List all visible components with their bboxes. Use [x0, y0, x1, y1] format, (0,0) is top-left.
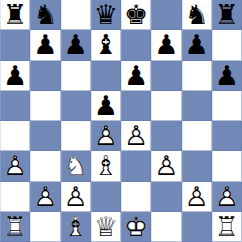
white-bishop-outline: ♗ [91, 151, 121, 181]
square-g8[interactable]: ♞ [182, 0, 212, 30]
square-g1[interactable] [182, 212, 212, 242]
white-king[interactable]: ♚♔ [121, 212, 151, 242]
white-queen-outline: ♕ [91, 212, 121, 242]
white-rook-outline: ♖ [212, 212, 242, 242]
black-pawn-glyph: ♟ [121, 61, 151, 91]
white-pawn-outline: ♙ [182, 182, 212, 212]
black-knight-glyph: ♞ [30, 0, 60, 30]
square-h4[interactable] [212, 121, 242, 151]
square-f5[interactable] [151, 91, 181, 121]
white-pawn[interactable]: ♟♙ [212, 182, 242, 212]
square-f1[interactable] [151, 212, 181, 242]
square-f4[interactable] [151, 121, 181, 151]
square-f2[interactable] [151, 182, 181, 212]
square-a7[interactable] [0, 30, 30, 60]
black-pawn[interactable]: ♟ [0, 61, 30, 91]
square-e8[interactable]: ♚ [121, 0, 151, 30]
square-b3[interactable] [30, 151, 60, 181]
square-d6[interactable] [91, 61, 121, 91]
square-f7[interactable]: ♟ [151, 30, 181, 60]
white-pawn[interactable]: ♟♙ [30, 182, 60, 212]
square-g4[interactable] [182, 121, 212, 151]
square-e2[interactable] [121, 182, 151, 212]
square-e4[interactable]: ♟♙ [121, 121, 151, 151]
square-h7[interactable] [212, 30, 242, 60]
white-pawn-outline: ♙ [30, 182, 60, 212]
square-e3[interactable] [121, 151, 151, 181]
square-g3[interactable] [182, 151, 212, 181]
square-h1[interactable]: ♜♖ [212, 212, 242, 242]
black-bishop[interactable]: ♝ [91, 30, 121, 60]
square-b5[interactable] [30, 91, 60, 121]
black-pawn-glyph: ♟ [0, 61, 30, 91]
black-rook-glyph: ♜ [0, 0, 30, 30]
square-a5[interactable] [0, 91, 30, 121]
black-queen-glyph: ♛ [91, 0, 121, 30]
white-pawn-outline: ♙ [61, 182, 91, 212]
square-d7[interactable]: ♝ [91, 30, 121, 60]
white-queen[interactable]: ♛♕ [91, 212, 121, 242]
white-pawn[interactable]: ♟♙ [0, 151, 30, 181]
square-c5[interactable] [61, 91, 91, 121]
white-bishop-outline: ♗ [61, 212, 91, 242]
square-c6[interactable] [61, 61, 91, 91]
black-knight-glyph: ♞ [182, 0, 212, 30]
black-pawn-glyph: ♟ [212, 61, 242, 91]
white-pawn-outline: ♙ [151, 151, 181, 181]
black-bishop-glyph: ♝ [91, 30, 121, 60]
white-pawn[interactable]: ♟♙ [182, 182, 212, 212]
square-d8[interactable]: ♛ [91, 0, 121, 30]
black-queen[interactable]: ♛ [91, 0, 121, 30]
black-pawn-glyph: ♟ [30, 30, 60, 60]
square-a8[interactable]: ♜ [0, 0, 30, 30]
black-pawn[interactable]: ♟ [121, 61, 151, 91]
square-a4[interactable] [0, 121, 30, 151]
white-king-outline: ♔ [121, 212, 151, 242]
square-h5[interactable] [212, 91, 242, 121]
square-d3[interactable]: ♝♗ [91, 151, 121, 181]
square-g2[interactable]: ♟♙ [182, 182, 212, 212]
black-pawn[interactable]: ♟ [91, 91, 121, 121]
square-b7[interactable]: ♟ [30, 30, 60, 60]
white-bishop[interactable]: ♝♗ [91, 151, 121, 181]
square-e7[interactable] [121, 30, 151, 60]
square-a1[interactable]: ♜♖ [0, 212, 30, 242]
square-c3[interactable]: ♞♘ [61, 151, 91, 181]
black-pawn[interactable]: ♟ [212, 61, 242, 91]
square-h2[interactable]: ♟♙ [212, 182, 242, 212]
black-king[interactable]: ♚ [121, 0, 151, 30]
black-pawn-glyph: ♟ [91, 91, 121, 121]
square-c4[interactable] [61, 121, 91, 151]
square-a2[interactable] [0, 182, 30, 212]
white-knight-outline: ♘ [61, 151, 91, 181]
square-f3[interactable]: ♟♙ [151, 151, 181, 181]
square-c1[interactable]: ♝♗ [61, 212, 91, 242]
white-bishop[interactable]: ♝♗ [61, 212, 91, 242]
black-knight[interactable]: ♞ [30, 0, 60, 30]
black-rook[interactable]: ♜ [212, 0, 242, 30]
black-pawn-glyph: ♟ [151, 30, 181, 60]
square-b2[interactable]: ♟♙ [30, 182, 60, 212]
square-c7[interactable]: ♟ [61, 30, 91, 60]
white-pawn[interactable]: ♟♙ [121, 121, 151, 151]
black-pawn[interactable]: ♟ [61, 30, 91, 60]
square-f8[interactable] [151, 0, 181, 30]
white-knight[interactable]: ♞♘ [61, 151, 91, 181]
white-pawn-outline: ♙ [121, 121, 151, 151]
square-g5[interactable] [182, 91, 212, 121]
black-pawn-glyph: ♟ [182, 30, 212, 60]
square-b6[interactable] [30, 61, 60, 91]
square-g6[interactable] [182, 61, 212, 91]
black-king-glyph: ♚ [121, 0, 151, 30]
square-h6[interactable]: ♟ [212, 61, 242, 91]
square-e5[interactable] [121, 91, 151, 121]
square-g7[interactable]: ♟ [182, 30, 212, 60]
black-knight[interactable]: ♞ [182, 0, 212, 30]
black-pawn[interactable]: ♟ [182, 30, 212, 60]
square-a3[interactable]: ♟♙ [0, 151, 30, 181]
square-e6[interactable]: ♟ [121, 61, 151, 91]
black-pawn[interactable]: ♟ [30, 30, 60, 60]
square-c2[interactable]: ♟♙ [61, 182, 91, 212]
square-d4[interactable]: ♟♙ [91, 121, 121, 151]
square-d1[interactable]: ♛♕ [91, 212, 121, 242]
white-pawn-outline: ♙ [212, 182, 242, 212]
white-pawn-outline: ♙ [0, 151, 30, 181]
square-b4[interactable] [30, 121, 60, 151]
square-h8[interactable]: ♜ [212, 0, 242, 30]
square-b8[interactable]: ♞ [30, 0, 60, 30]
chess-board: ♜♞♛♚♞♜♟♟♝♟♟♟♟♟♟♟♙♟♙♟♙♞♘♝♗♟♙♟♙♟♙♟♙♟♙♜♖♝♗♛… [0, 0, 242, 242]
square-h3[interactable] [212, 151, 242, 181]
square-a6[interactable]: ♟ [0, 61, 30, 91]
white-pawn[interactable]: ♟♙ [61, 182, 91, 212]
black-rook[interactable]: ♜ [0, 0, 30, 30]
square-f6[interactable] [151, 61, 181, 91]
square-b1[interactable] [30, 212, 60, 242]
white-rook[interactable]: ♜♖ [212, 212, 242, 242]
white-pawn[interactable]: ♟♙ [91, 121, 121, 151]
white-pawn-outline: ♙ [91, 121, 121, 151]
black-pawn[interactable]: ♟ [151, 30, 181, 60]
square-d5[interactable]: ♟ [91, 91, 121, 121]
white-rook-outline: ♖ [0, 212, 30, 242]
square-c8[interactable] [61, 0, 91, 30]
square-d2[interactable] [91, 182, 121, 212]
black-pawn-glyph: ♟ [61, 30, 91, 60]
square-e1[interactable]: ♚♔ [121, 212, 151, 242]
white-rook[interactable]: ♜♖ [0, 212, 30, 242]
black-rook-glyph: ♜ [212, 0, 242, 30]
white-pawn[interactable]: ♟♙ [151, 151, 181, 181]
